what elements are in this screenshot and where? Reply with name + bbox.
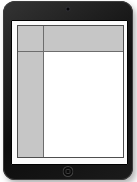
row-clues: [18, 52, 44, 157]
app-screen: [11, 20, 128, 165]
column-clues: [44, 26, 123, 52]
puzzle-grid: [44, 52, 123, 157]
home-button[interactable]: [63, 166, 74, 177]
screenshot-canvas: [0, 0, 137, 182]
clue-corner-box: [18, 26, 44, 52]
nonogram-board: [17, 25, 124, 158]
front-camera-dot: [67, 8, 70, 11]
tablet-device-frame: [3, 1, 133, 180]
